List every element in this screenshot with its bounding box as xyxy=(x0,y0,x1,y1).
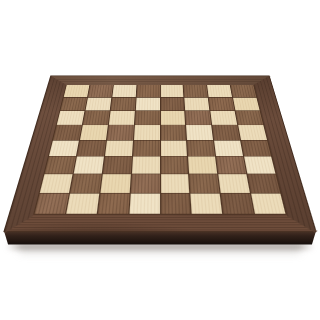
square-d5 xyxy=(134,125,160,140)
square-g6 xyxy=(211,111,238,125)
square-b7 xyxy=(85,98,111,111)
square-e6 xyxy=(160,111,185,125)
square-h8 xyxy=(231,85,257,97)
square-f8 xyxy=(184,85,208,97)
square-e5 xyxy=(160,125,186,140)
board-side-edge xyxy=(4,231,316,245)
square-h1 xyxy=(251,194,285,214)
square-a7 xyxy=(60,98,86,111)
square-g5 xyxy=(212,125,240,140)
square-f2 xyxy=(190,174,220,192)
square-c2 xyxy=(100,174,130,192)
square-b6 xyxy=(83,111,110,125)
product-photo xyxy=(0,0,320,320)
square-g3 xyxy=(216,157,246,174)
chess-board xyxy=(3,76,316,233)
square-b1 xyxy=(66,194,99,214)
square-f5 xyxy=(186,125,213,140)
square-e7 xyxy=(160,98,184,111)
square-g7 xyxy=(209,98,235,111)
square-c1 xyxy=(98,194,130,214)
square-g8 xyxy=(207,85,232,97)
board-shadow-soft xyxy=(20,247,300,253)
playing-area xyxy=(33,85,287,215)
square-b2 xyxy=(70,174,101,192)
square-h3 xyxy=(244,157,275,174)
square-f1 xyxy=(191,194,223,214)
square-a4 xyxy=(49,140,79,156)
square-b5 xyxy=(80,125,108,140)
square-c5 xyxy=(107,125,134,140)
square-a5 xyxy=(53,125,82,140)
square-e4 xyxy=(161,140,188,156)
square-h4 xyxy=(241,140,271,156)
square-f7 xyxy=(185,98,210,111)
square-d4 xyxy=(133,140,160,156)
square-d7 xyxy=(135,98,159,111)
square-d8 xyxy=(136,85,159,97)
square-c8 xyxy=(112,85,136,97)
square-d6 xyxy=(135,111,160,125)
square-b8 xyxy=(88,85,113,97)
square-a3 xyxy=(45,157,76,174)
square-e3 xyxy=(161,157,189,174)
square-c3 xyxy=(103,157,132,174)
square-a8 xyxy=(64,85,90,97)
square-g2 xyxy=(219,174,250,192)
frame-rail-bottom xyxy=(5,215,318,232)
frame-rail-top xyxy=(49,76,274,85)
square-b4 xyxy=(77,140,106,156)
square-c6 xyxy=(109,111,135,125)
square-f4 xyxy=(187,140,215,156)
square-a1 xyxy=(35,194,69,214)
square-e2 xyxy=(161,174,190,192)
square-e8 xyxy=(160,85,183,97)
square-f3 xyxy=(188,157,217,174)
square-h5 xyxy=(238,125,267,140)
square-b3 xyxy=(74,157,104,174)
square-d2 xyxy=(130,174,159,192)
square-g1 xyxy=(221,194,254,214)
square-a6 xyxy=(57,111,85,125)
square-c4 xyxy=(105,140,133,156)
square-h7 xyxy=(233,98,259,111)
square-f6 xyxy=(186,111,212,125)
square-d3 xyxy=(132,157,160,174)
square-h6 xyxy=(236,111,264,125)
square-g4 xyxy=(214,140,243,156)
square-a2 xyxy=(40,174,73,192)
square-c7 xyxy=(110,98,135,111)
square-e1 xyxy=(161,194,191,214)
square-d1 xyxy=(129,194,159,214)
square-h2 xyxy=(248,174,281,192)
